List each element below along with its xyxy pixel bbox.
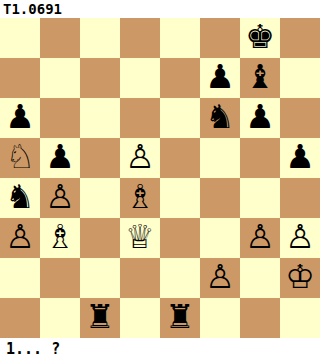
square-c5[interactable] bbox=[80, 138, 120, 178]
square-c8[interactable] bbox=[80, 18, 120, 58]
black-knight-icon: ♞ bbox=[5, 177, 35, 217]
white-pawn-icon: ♙ bbox=[205, 257, 235, 297]
black-knight-icon: ♞ bbox=[205, 97, 235, 137]
square-b5[interactable]: ♟ bbox=[40, 138, 80, 178]
square-f4[interactable] bbox=[200, 178, 240, 218]
square-d7[interactable] bbox=[120, 58, 160, 98]
square-g5[interactable] bbox=[240, 138, 280, 178]
white-queen-icon: ♕ bbox=[125, 217, 155, 257]
square-d6[interactable] bbox=[120, 98, 160, 138]
square-b1[interactable] bbox=[40, 298, 80, 338]
square-d3[interactable]: ♕ bbox=[120, 218, 160, 258]
white-knight-icon: ♘ bbox=[5, 137, 35, 177]
square-f8[interactable] bbox=[200, 18, 240, 58]
square-h1[interactable] bbox=[280, 298, 320, 338]
square-e8[interactable] bbox=[160, 18, 200, 58]
square-c2[interactable] bbox=[80, 258, 120, 298]
square-e2[interactable] bbox=[160, 258, 200, 298]
square-f3[interactable] bbox=[200, 218, 240, 258]
black-bishop-icon: ♝ bbox=[245, 57, 275, 97]
square-d8[interactable] bbox=[120, 18, 160, 58]
square-g1[interactable] bbox=[240, 298, 280, 338]
square-a3[interactable]: ♙ bbox=[0, 218, 40, 258]
title-bar: T1.0691 bbox=[0, 0, 320, 18]
black-pawn-icon: ♟ bbox=[5, 97, 35, 137]
black-pawn-icon: ♟ bbox=[245, 97, 275, 137]
square-e5[interactable] bbox=[160, 138, 200, 178]
black-king-icon: ♚ bbox=[245, 17, 275, 57]
square-a5[interactable]: ♘ bbox=[0, 138, 40, 178]
square-h6[interactable] bbox=[280, 98, 320, 138]
square-a1[interactable] bbox=[0, 298, 40, 338]
square-b4[interactable]: ♙ bbox=[40, 178, 80, 218]
square-c7[interactable] bbox=[80, 58, 120, 98]
white-bishop-icon: ♗ bbox=[125, 177, 155, 217]
square-b8[interactable] bbox=[40, 18, 80, 58]
square-b6[interactable] bbox=[40, 98, 80, 138]
square-e6[interactable] bbox=[160, 98, 200, 138]
square-e3[interactable] bbox=[160, 218, 200, 258]
square-h5[interactable]: ♟ bbox=[280, 138, 320, 178]
square-e4[interactable] bbox=[160, 178, 200, 218]
puzzle-id-label: T1.0691 bbox=[3, 0, 62, 18]
square-e7[interactable] bbox=[160, 58, 200, 98]
white-bishop-icon: ♗ bbox=[45, 217, 75, 257]
white-pawn-icon: ♙ bbox=[245, 217, 275, 257]
white-pawn-icon: ♙ bbox=[5, 217, 35, 257]
square-f1[interactable] bbox=[200, 298, 240, 338]
black-pawn-icon: ♟ bbox=[205, 57, 235, 97]
black-pawn-icon: ♟ bbox=[285, 137, 315, 177]
square-a8[interactable] bbox=[0, 18, 40, 58]
white-king-icon: ♔ bbox=[285, 257, 315, 297]
square-a7[interactable] bbox=[0, 58, 40, 98]
square-b2[interactable] bbox=[40, 258, 80, 298]
square-g3[interactable]: ♙ bbox=[240, 218, 280, 258]
white-pawn-icon: ♙ bbox=[285, 217, 315, 257]
square-d5[interactable]: ♙ bbox=[120, 138, 160, 178]
square-g8[interactable]: ♚ bbox=[240, 18, 280, 58]
square-h8[interactable] bbox=[280, 18, 320, 58]
square-a6[interactable]: ♟ bbox=[0, 98, 40, 138]
square-g4[interactable] bbox=[240, 178, 280, 218]
square-b3[interactable]: ♗ bbox=[40, 218, 80, 258]
black-pawn-icon: ♟ bbox=[45, 137, 75, 177]
square-h2[interactable]: ♔ bbox=[280, 258, 320, 298]
square-g6[interactable]: ♟ bbox=[240, 98, 280, 138]
chess-board: ♚♟♝♟♞♟♘♟♙♟♞♙♗♙♗♕♙♙♙♔♜♜ bbox=[0, 18, 320, 338]
status-bar: 1... ? bbox=[0, 338, 320, 360]
square-g7[interactable]: ♝ bbox=[240, 58, 280, 98]
square-d1[interactable] bbox=[120, 298, 160, 338]
white-pawn-icon: ♙ bbox=[45, 177, 75, 217]
square-f5[interactable] bbox=[200, 138, 240, 178]
chess-puzzle-window: T1.0691 ♚♟♝♟♞♟♘♟♙♟♞♙♗♙♗♕♙♙♙♔♜♜ 1... ? bbox=[0, 0, 320, 360]
square-h7[interactable] bbox=[280, 58, 320, 98]
black-rook-icon: ♜ bbox=[85, 297, 115, 337]
square-c3[interactable] bbox=[80, 218, 120, 258]
square-f2[interactable]: ♙ bbox=[200, 258, 240, 298]
square-h4[interactable] bbox=[280, 178, 320, 218]
move-prompt-label: 1... ? bbox=[6, 338, 60, 360]
square-d4[interactable]: ♗ bbox=[120, 178, 160, 218]
square-a2[interactable] bbox=[0, 258, 40, 298]
square-c4[interactable] bbox=[80, 178, 120, 218]
square-f7[interactable]: ♟ bbox=[200, 58, 240, 98]
square-b7[interactable] bbox=[40, 58, 80, 98]
square-c1[interactable]: ♜ bbox=[80, 298, 120, 338]
square-c6[interactable] bbox=[80, 98, 120, 138]
square-d2[interactable] bbox=[120, 258, 160, 298]
square-f6[interactable]: ♞ bbox=[200, 98, 240, 138]
black-rook-icon: ♜ bbox=[165, 297, 195, 337]
square-h3[interactable]: ♙ bbox=[280, 218, 320, 258]
square-a4[interactable]: ♞ bbox=[0, 178, 40, 218]
white-pawn-icon: ♙ bbox=[125, 137, 155, 177]
square-e1[interactable]: ♜ bbox=[160, 298, 200, 338]
square-g2[interactable] bbox=[240, 258, 280, 298]
